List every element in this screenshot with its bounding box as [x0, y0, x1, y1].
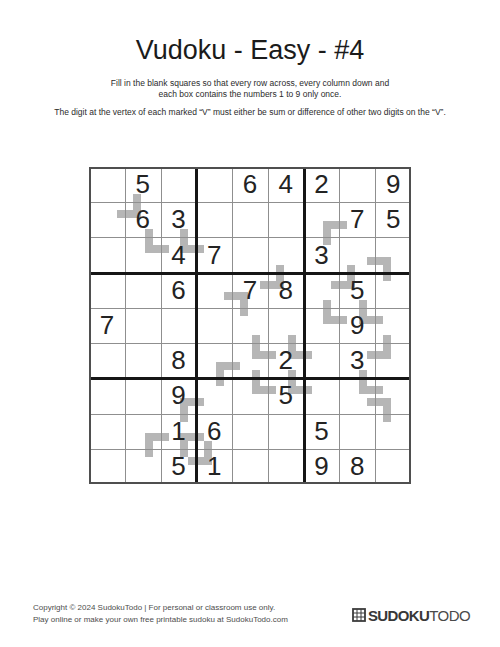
cell-r6c8: 3	[339, 343, 375, 378]
cell-r1c9: 9	[375, 167, 411, 202]
given-digit: 8	[171, 345, 185, 376]
page: Vudoku - Easy - #4 Fill in the blank squ…	[0, 0, 500, 647]
footer-line1: Copyright © 2024 SudokuTodo | For person…	[33, 602, 288, 614]
cell-r7c3: 9	[161, 378, 197, 413]
cell-r8c5	[232, 414, 268, 449]
cell-r4c8: 5	[339, 273, 375, 308]
cell-r1c8	[339, 167, 375, 202]
cell-r5c1: 7	[89, 308, 125, 343]
cell-r3c3: 4	[161, 237, 197, 272]
cell-r2c9: 5	[375, 202, 411, 237]
cell-r3c8	[339, 237, 375, 272]
cell-r7c5	[232, 378, 268, 413]
page-title: Vudoku - Easy - #4	[0, 36, 500, 64]
grid-cells-layer: 564296375473678579823951655198	[89, 167, 411, 484]
cell-r6c1	[89, 343, 125, 378]
cell-r6c2	[125, 343, 161, 378]
given-digit: 6	[171, 275, 185, 306]
cell-r5c3	[161, 308, 197, 343]
cell-r4c6: 8	[268, 273, 304, 308]
cell-r2c8: 7	[339, 202, 375, 237]
cell-r4c4	[196, 273, 232, 308]
cell-r4c2	[125, 273, 161, 308]
cell-r4c1	[89, 273, 125, 308]
cell-r3c4: 7	[196, 237, 232, 272]
instructions-line2: each box contains the numbers 1 to 9 onl…	[0, 89, 500, 100]
cell-r9c1	[89, 449, 125, 484]
given-digit: 7	[207, 240, 221, 271]
cell-r3c2	[125, 237, 161, 272]
given-digit: 9	[350, 310, 364, 341]
cell-r1c7: 2	[304, 167, 340, 202]
cell-r5c5	[232, 308, 268, 343]
cell-r3c1	[89, 237, 125, 272]
cell-r1c5: 6	[232, 167, 268, 202]
footer-line2: Play online or make your own free printa…	[33, 614, 288, 626]
cell-r7c7	[304, 378, 340, 413]
cell-r5c9	[375, 308, 411, 343]
cell-r6c6: 2	[268, 343, 304, 378]
cell-r7c6: 5	[268, 378, 304, 413]
cell-r8c9	[375, 414, 411, 449]
sudoku-board: 564296375473678579823951655198	[89, 167, 411, 484]
cell-r1c2: 5	[125, 167, 161, 202]
cell-r7c9	[375, 378, 411, 413]
cell-r1c6: 4	[268, 167, 304, 202]
given-digit: 7	[243, 275, 257, 306]
cell-r2c5	[232, 202, 268, 237]
given-digit: 7	[350, 204, 364, 235]
given-digit: 3	[314, 240, 328, 271]
cell-r8c2	[125, 414, 161, 449]
cell-r6c7	[304, 343, 340, 378]
cell-r4c9	[375, 273, 411, 308]
cell-r4c5: 7	[232, 273, 268, 308]
cell-r6c5	[232, 343, 268, 378]
given-digit: 7	[100, 310, 114, 341]
cell-r5c2	[125, 308, 161, 343]
given-digit: 9	[171, 380, 185, 411]
cell-r6c4	[196, 343, 232, 378]
instructions-line1: Fill in the blank squares so that every …	[0, 78, 500, 89]
cell-r8c3: 1	[161, 414, 197, 449]
given-digit: 5	[386, 204, 400, 235]
cell-r7c8	[339, 378, 375, 413]
given-digit: 1	[171, 416, 185, 447]
cell-r2c7	[304, 202, 340, 237]
given-digit: 4	[171, 240, 185, 271]
given-digit: 1	[207, 451, 221, 482]
given-digit: 6	[135, 204, 149, 235]
cell-r3c5	[232, 237, 268, 272]
cell-r9c8: 8	[339, 449, 375, 484]
cell-r9c6	[268, 449, 304, 484]
given-digit: 5	[135, 169, 149, 200]
cell-r9c3: 5	[161, 449, 197, 484]
given-digit: 3	[171, 204, 185, 235]
given-digit: 8	[279, 275, 293, 306]
given-digit: 2	[314, 169, 328, 200]
cell-r4c7	[304, 273, 340, 308]
cell-r1c3	[161, 167, 197, 202]
given-digit: 6	[207, 416, 221, 447]
logo-text-todo: TODO	[429, 607, 470, 624]
cell-r9c7: 9	[304, 449, 340, 484]
cell-r2c2: 6	[125, 202, 161, 237]
v-rule-instruction: The digit at the vertex of each marked “…	[0, 107, 500, 118]
cell-r8c8	[339, 414, 375, 449]
cell-r7c1	[89, 378, 125, 413]
logo-grid-icon	[352, 608, 366, 622]
given-digit: 6	[243, 169, 257, 200]
cell-r3c6	[268, 237, 304, 272]
cell-r1c4	[196, 167, 232, 202]
given-digit: 4	[279, 169, 293, 200]
logo-text-sudoku: SUDOKU	[368, 607, 429, 624]
cell-r9c9	[375, 449, 411, 484]
cell-r3c9	[375, 237, 411, 272]
cell-r9c2	[125, 449, 161, 484]
given-digit: 9	[314, 451, 328, 482]
given-digit: 2	[279, 345, 293, 376]
given-digit: 3	[350, 345, 364, 376]
cell-r1c1	[89, 167, 125, 202]
cell-r6c3: 8	[161, 343, 197, 378]
cell-r7c4	[196, 378, 232, 413]
cell-r8c7: 5	[304, 414, 340, 449]
cell-r9c4: 1	[196, 449, 232, 484]
cell-r3c7: 3	[304, 237, 340, 272]
cell-r8c1	[89, 414, 125, 449]
cell-r2c6	[268, 202, 304, 237]
given-digit: 5	[171, 451, 185, 482]
cell-r2c4	[196, 202, 232, 237]
given-digit: 8	[350, 451, 364, 482]
instructions: Fill in the blank squares so that every …	[0, 78, 500, 100]
given-digit: 9	[386, 169, 400, 200]
cell-r4c3: 6	[161, 273, 197, 308]
cell-r2c3: 3	[161, 202, 197, 237]
given-digit: 5	[314, 416, 328, 447]
given-digit: 5	[279, 380, 293, 411]
cell-r6c9	[375, 343, 411, 378]
cell-r8c6	[268, 414, 304, 449]
cell-r5c7	[304, 308, 340, 343]
cell-r8c4: 6	[196, 414, 232, 449]
cell-r7c2	[125, 378, 161, 413]
footer-copyright: Copyright © 2024 SudokuTodo | For person…	[33, 602, 288, 625]
cell-r9c5	[232, 449, 268, 484]
cell-r5c4	[196, 308, 232, 343]
logo: SUDOKUTODO	[352, 605, 470, 625]
cell-r5c6	[268, 308, 304, 343]
cell-r2c1	[89, 202, 125, 237]
cell-r5c8: 9	[339, 308, 375, 343]
given-digit: 5	[350, 275, 364, 306]
